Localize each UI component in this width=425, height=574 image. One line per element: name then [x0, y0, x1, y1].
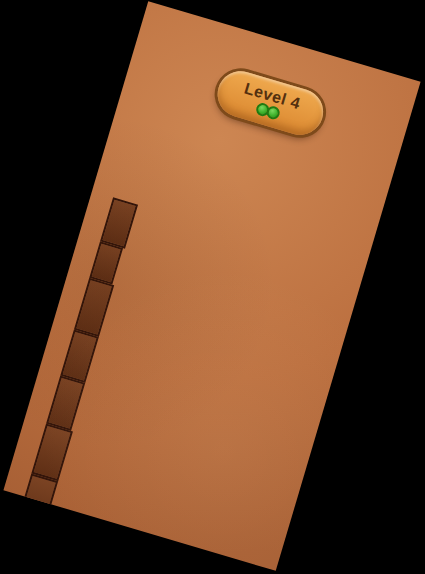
anchor-stub [46, 376, 85, 431]
anchor-stub [74, 278, 114, 337]
progress-dot [265, 105, 281, 121]
anchor-stub [60, 330, 99, 383]
anchor-stub [89, 241, 123, 284]
anchor-stub [3, 523, 43, 571]
anchor-stub [31, 424, 73, 482]
level-badge: Level 4 [212, 66, 329, 141]
anchor-stub [17, 473, 59, 531]
phone-screen: Level 4 ✦✦✦✦✦✦✦✦✦✦✦✦✦✦✦✦✦✦✦✦✦✦✦✦✦✦ [3, 1, 420, 571]
puzzle-board: ✦✦✦✦✦✦✦✦✦✦✦✦✦✦✦✦✦✦✦✦✦✦✦✦✦✦ [38, 122, 365, 518]
app-viewport: Level 4 ✦✦✦✦✦✦✦✦✦✦✦✦✦✦✦✦✦✦✦✦✦✦✦✦✦✦ [0, 0, 425, 574]
anchor-stub [100, 197, 138, 248]
